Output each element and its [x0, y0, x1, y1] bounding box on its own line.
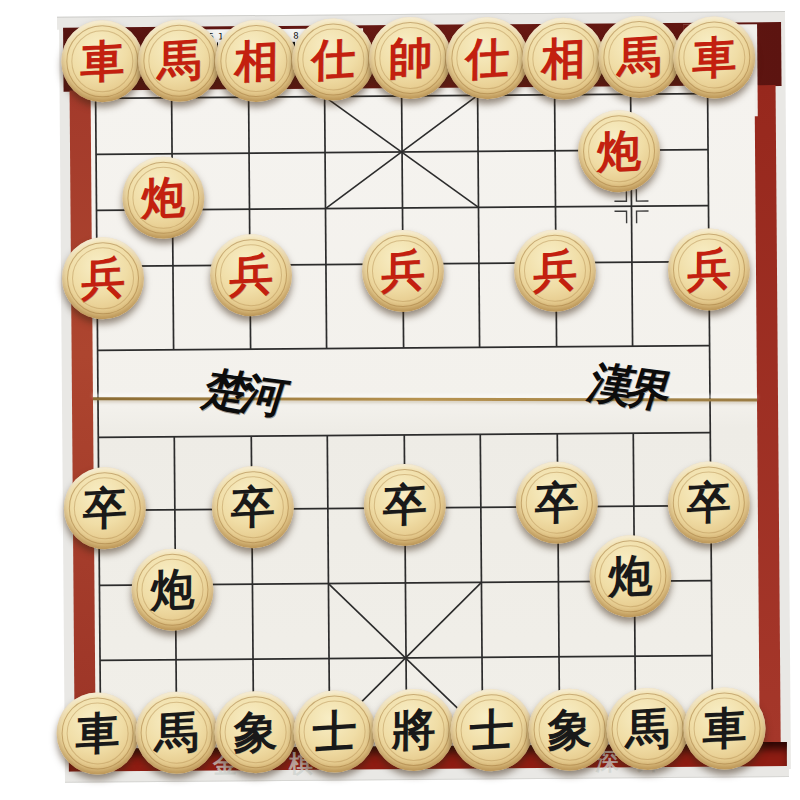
piece-red-chariot-a[interactable]: 車	[61, 20, 144, 103]
piece-black-chariot-i[interactable]: 車	[683, 687, 766, 770]
piece-glyph: 卒	[83, 485, 127, 532]
piece-glyph: 兵	[229, 252, 273, 299]
piece-black-advisor-f[interactable]: 士	[450, 689, 533, 772]
piece-glyph: 炮	[597, 128, 641, 175]
piece-red-soldier-g[interactable]: 兵	[514, 229, 597, 312]
piece-black-soldier-e[interactable]: 卒	[364, 464, 447, 547]
piece-red-elephant-g[interactable]: 相	[522, 17, 605, 100]
piece-glyph: 仕	[465, 35, 509, 82]
piece-black-cannon-h[interactable]: 炮	[589, 535, 672, 618]
piece-black-soldier-g[interactable]: 卒	[515, 461, 598, 544]
piece-red-chariot-i[interactable]: 車	[673, 16, 756, 99]
piece-glyph: 炮	[141, 174, 185, 221]
piece-glyph: 帥	[388, 35, 432, 82]
piece-black-cannon-b[interactable]: 炮	[131, 548, 214, 631]
piece-glyph: 將	[391, 707, 435, 754]
product-photo-stage: 2510 9726 8 CHESS 棋 楚河 漢界 金 棋 深圳 車馬相仕帥仕相…	[0, 0, 800, 800]
piece-black-chariot-a[interactable]: 車	[56, 692, 139, 775]
piece-glyph: 士	[312, 708, 356, 755]
xiangqi-board: 2510 9726 8 CHESS 棋 楚河 漢界 金 棋 深圳 車馬相仕帥仕相…	[0, 0, 800, 800]
piece-glyph: 兵	[687, 246, 731, 293]
piece-glyph: 馬	[157, 37, 201, 84]
piece-glyph: 相	[234, 38, 278, 85]
piece-black-soldier-i[interactable]: 卒	[667, 461, 750, 544]
piece-black-horse-h[interactable]: 馬	[606, 688, 689, 771]
piece-glyph: 卒	[383, 482, 427, 529]
piece-glyph: 馬	[625, 706, 669, 753]
piece-glyph: 象	[547, 706, 591, 753]
piece-glyph: 馬	[154, 709, 198, 756]
piece-glyph: 炮	[608, 553, 652, 600]
piece-red-soldier-c[interactable]: 兵	[210, 234, 293, 317]
piece-black-horse-b[interactable]: 馬	[135, 691, 218, 774]
piece-glyph: 兵	[533, 247, 577, 294]
piece-red-horse-b[interactable]: 馬	[138, 19, 221, 102]
piece-red-advisor-d[interactable]: 仕	[292, 18, 375, 101]
piece-glyph: 卒	[535, 479, 579, 526]
piece-red-cannon-h[interactable]: 炮	[578, 110, 661, 193]
piece-glyph: 士	[469, 707, 513, 754]
pieces-layer: 車馬相仕帥仕相馬車炮炮兵兵兵兵兵卒卒卒卒卒炮炮車馬象士將士象馬車	[0, 0, 797, 3]
piece-glyph: 卒	[687, 479, 731, 526]
piece-glyph: 象	[233, 709, 277, 756]
piece-glyph: 馬	[617, 34, 661, 81]
piece-red-cannon-b[interactable]: 炮	[122, 157, 205, 240]
piece-glyph: 車	[702, 705, 746, 752]
piece-black-elephant-c[interactable]: 象	[214, 691, 297, 774]
piece-black-soldier-a[interactable]: 卒	[64, 467, 147, 550]
piece-black-general-e[interactable]: 將	[372, 689, 455, 772]
piece-red-general-e[interactable]: 帥	[369, 17, 452, 100]
piece-glyph: 仕	[311, 36, 355, 83]
piece-glyph: 車	[692, 34, 736, 81]
piece-glyph: 炮	[150, 566, 194, 613]
piece-red-soldier-e[interactable]: 兵	[362, 230, 445, 313]
piece-glyph: 車	[80, 38, 124, 85]
piece-black-soldier-c[interactable]: 卒	[212, 466, 295, 549]
piece-black-elephant-g[interactable]: 象	[528, 688, 611, 771]
piece-glyph: 兵	[81, 255, 125, 302]
piece-red-soldier-a[interactable]: 兵	[62, 237, 145, 320]
piece-glyph: 相	[541, 35, 585, 82]
piece-glyph: 兵	[381, 248, 425, 295]
piece-red-elephant-c[interactable]: 相	[215, 20, 298, 103]
piece-red-horse-h[interactable]: 馬	[598, 16, 681, 99]
piece-red-soldier-i[interactable]: 兵	[668, 228, 751, 311]
piece-black-advisor-d[interactable]: 士	[293, 690, 376, 773]
piece-glyph: 卒	[231, 484, 275, 531]
piece-red-advisor-f[interactable]: 仕	[446, 17, 529, 100]
piece-glyph: 車	[75, 710, 119, 757]
